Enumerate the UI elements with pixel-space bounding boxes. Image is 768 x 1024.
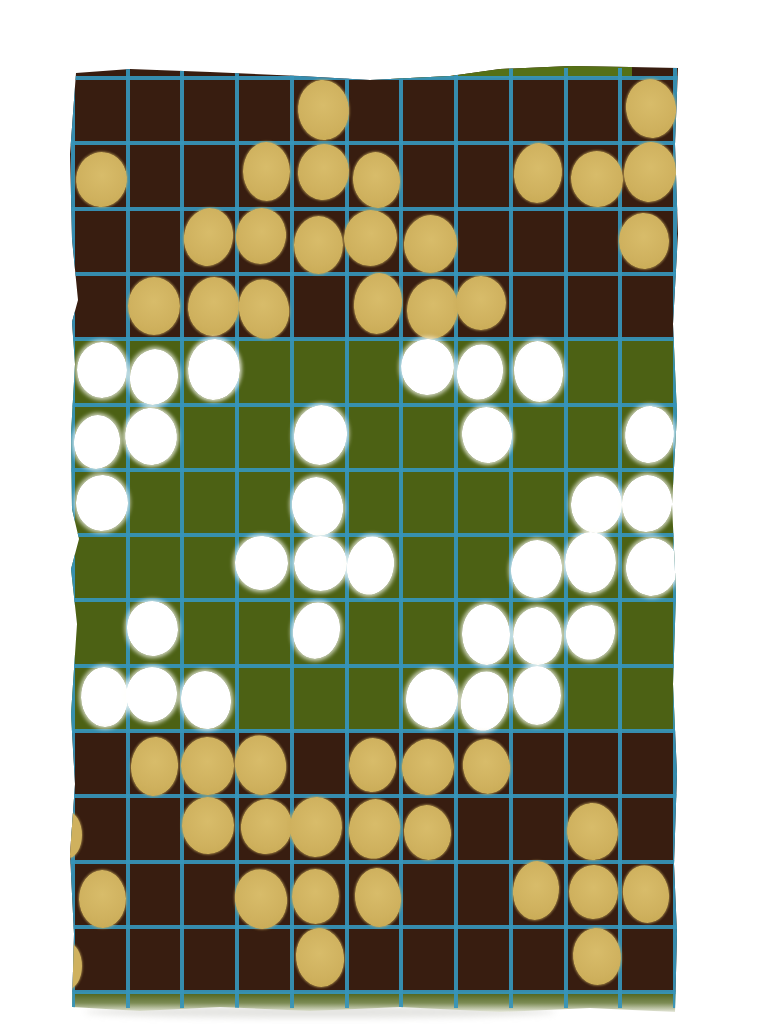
grid-line-horizontal: [70, 729, 678, 733]
grid-line-horizontal: [70, 141, 678, 145]
game-board[interactable]: [70, 64, 678, 1012]
gold-disc[interactable]: [180, 736, 234, 795]
white-disc[interactable]: [77, 342, 127, 398]
grid-line-horizontal: [70, 860, 678, 864]
photo-stage: [0, 0, 768, 1024]
grid-line-horizontal: [70, 664, 678, 668]
grid-line-horizontal: [70, 794, 678, 798]
grid-line-horizontal: [70, 76, 678, 80]
white-disc[interactable]: [294, 536, 347, 591]
grid-line-horizontal: [70, 468, 678, 472]
grid-line-horizontal: [70, 990, 678, 994]
grid-line-horizontal: [70, 337, 678, 341]
